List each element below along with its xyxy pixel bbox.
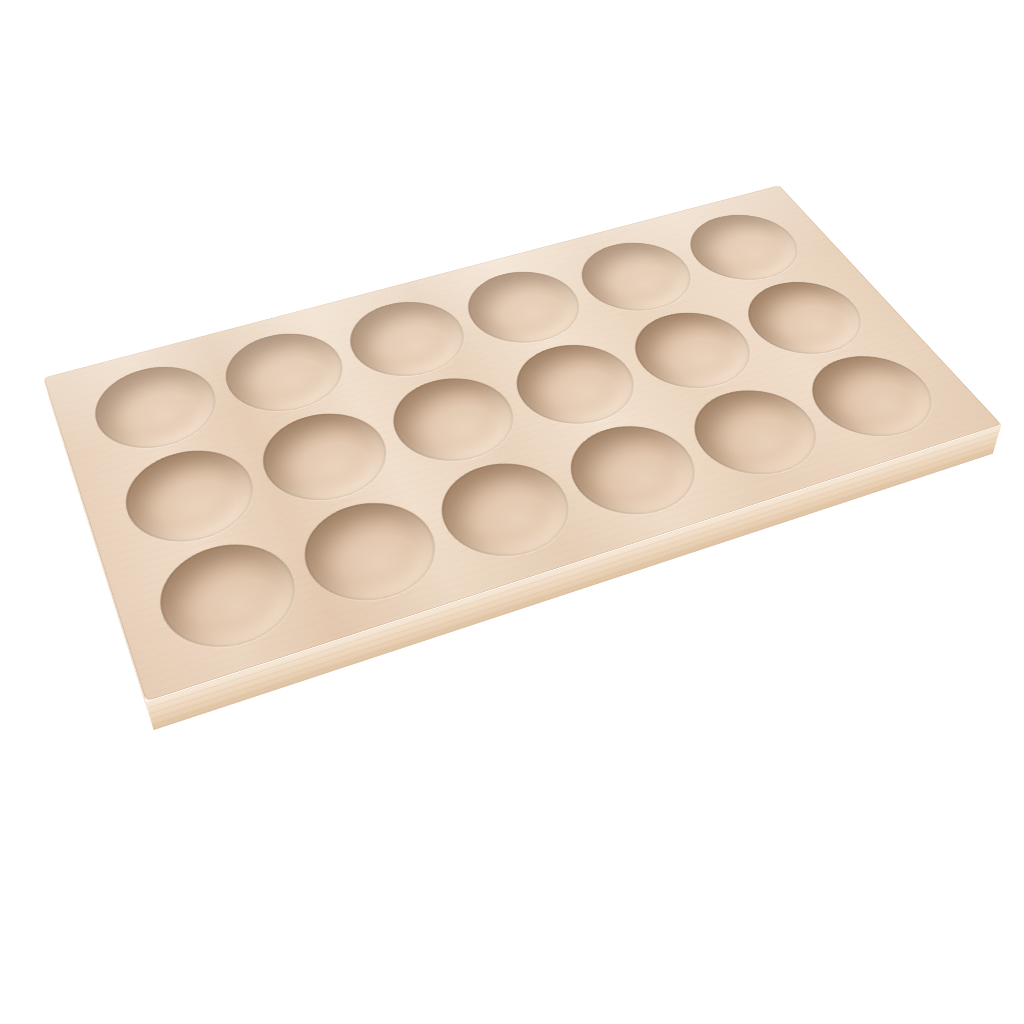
pit-r2-c4[interactable] [499,333,654,436]
pit-r1-c4[interactable] [452,261,597,354]
mancala-board [51,214,992,731]
pit-r1-c5[interactable] [564,233,709,322]
pit-r2-c3[interactable] [377,366,532,474]
pit-r1-c3[interactable] [335,291,481,388]
pit-r2-c1[interactable] [114,437,269,556]
pit-r3-c4[interactable] [552,413,717,528]
pit-r1-c1[interactable] [84,355,229,461]
pit-r2-c6[interactable] [728,271,882,365]
pit-r3-c1[interactable] [147,530,312,664]
pit-r1-c6[interactable] [672,205,817,290]
pit-r3-c3[interactable] [423,450,589,571]
pit-r3-c2[interactable] [289,489,455,617]
board-top-surface [43,185,1001,701]
pit-r1-c2[interactable] [213,322,358,424]
photo-background [0,0,1024,1024]
pit-r2-c2[interactable] [248,401,403,514]
